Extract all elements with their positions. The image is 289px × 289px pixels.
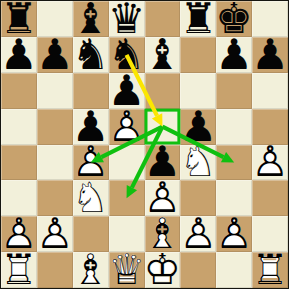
white-piece-outline-glyph: ♘	[73, 180, 109, 216]
square-f2[interactable]: ♟♙	[180, 216, 216, 252]
square-g4[interactable]	[216, 145, 252, 181]
piece-white-knight[interactable]: ♞♘	[73, 180, 109, 216]
square-g5[interactable]	[216, 109, 252, 145]
white-piece-outline-glyph: ♙	[180, 216, 216, 252]
piece-white-pawn[interactable]: ♟♙	[216, 216, 252, 252]
square-g7[interactable]: ♟	[216, 37, 252, 73]
square-a7[interactable]: ♟	[1, 37, 37, 73]
white-piece-outline-glyph: ♖	[1, 252, 37, 288]
piece-black-bishop[interactable]: ♝	[145, 37, 181, 73]
square-a4[interactable]	[1, 145, 37, 181]
white-piece-outline-glyph: ♔	[145, 252, 181, 288]
black-piece-glyph: ♜	[180, 1, 216, 37]
black-piece-glyph: ♟	[1, 37, 37, 73]
white-piece-outline-glyph: ♙	[252, 145, 288, 181]
piece-white-rook[interactable]: ♜♖	[1, 252, 37, 288]
piece-black-knight[interactable]: ♞	[73, 37, 109, 73]
square-c1[interactable]: ♝♗	[73, 252, 109, 288]
piece-white-bishop[interactable]: ♝♗	[73, 252, 109, 288]
black-piece-glyph: ♟	[37, 37, 73, 73]
white-piece-outline-glyph: ♙	[37, 216, 73, 252]
piece-white-queen[interactable]: ♛♕	[109, 252, 145, 288]
piece-black-rook[interactable]: ♜	[180, 1, 216, 37]
square-e7[interactable]: ♝	[145, 37, 181, 73]
black-piece-glyph: ♝	[145, 37, 181, 73]
black-piece-glyph: ♟	[216, 37, 252, 73]
square-d3[interactable]	[109, 180, 145, 216]
square-b5[interactable]	[37, 109, 73, 145]
square-h7[interactable]: ♟	[252, 37, 288, 73]
white-piece-outline-glyph: ♙	[216, 216, 252, 252]
square-f4[interactable]: ♞♘	[180, 145, 216, 181]
square-b7[interactable]: ♟	[37, 37, 73, 73]
piece-white-pawn[interactable]: ♟♙	[37, 216, 73, 252]
square-a1[interactable]: ♜♖	[1, 252, 37, 288]
square-d1[interactable]: ♛♕	[109, 252, 145, 288]
piece-white-pawn[interactable]: ♟♙	[252, 145, 288, 181]
white-piece-outline-glyph: ♘	[180, 145, 216, 181]
piece-black-pawn[interactable]: ♟	[216, 37, 252, 73]
square-e1[interactable]: ♚♔	[145, 252, 181, 288]
piece-white-knight[interactable]: ♞♘	[180, 145, 216, 181]
piece-black-pawn[interactable]: ♟	[37, 37, 73, 73]
square-b4[interactable]	[37, 145, 73, 181]
white-piece-outline-glyph: ♙	[109, 109, 145, 145]
square-c3[interactable]: ♞♘	[73, 180, 109, 216]
piece-white-rook[interactable]: ♜♖	[252, 252, 288, 288]
white-piece-outline-glyph: ♗	[73, 252, 109, 288]
square-c7[interactable]: ♞	[73, 37, 109, 73]
square-h1[interactable]: ♜♖	[252, 252, 288, 288]
square-g2[interactable]: ♟♙	[216, 216, 252, 252]
square-h4[interactable]: ♟♙	[252, 145, 288, 181]
piece-black-pawn[interactable]: ♟	[252, 37, 288, 73]
piece-white-pawn[interactable]: ♟♙	[109, 109, 145, 145]
black-piece-glyph: ♟	[252, 37, 288, 73]
piece-white-pawn[interactable]: ♟♙	[180, 216, 216, 252]
white-piece-outline-glyph: ♖	[252, 252, 288, 288]
square-d5[interactable]: ♟♙	[109, 109, 145, 145]
piece-white-king[interactable]: ♚♔	[145, 252, 181, 288]
square-b2[interactable]: ♟♙	[37, 216, 73, 252]
black-piece-glyph: ♞	[73, 37, 109, 73]
piece-black-pawn[interactable]: ♟	[1, 37, 37, 73]
square-a5[interactable]	[1, 109, 37, 145]
square-f8[interactable]: ♜	[180, 1, 216, 37]
white-piece-outline-glyph: ♕	[109, 252, 145, 288]
chess-board: ♜♝♛♜♚♟♟♞♞♝♟♟♟♟♟♙♟♟♙♟♞♘♟♙♞♘♟♙♟♙♟♙♝♗♟♙♟♙♜♖…	[0, 0, 289, 289]
